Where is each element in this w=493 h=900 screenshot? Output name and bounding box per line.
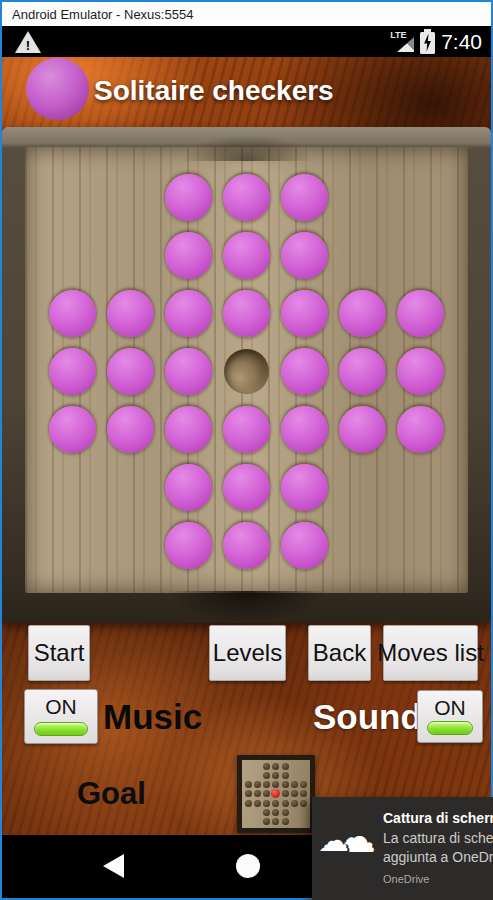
notification-body-line1: La cattura di scherm [383, 830, 493, 846]
goal-hole-dot [263, 772, 270, 779]
goal-cell [262, 771, 271, 780]
goal-cell [244, 780, 253, 789]
goal-cell [244, 789, 253, 798]
goal-hole-dot [272, 809, 279, 816]
goal-cell [262, 789, 271, 798]
goal-cell [290, 771, 299, 780]
goal-cell [299, 780, 308, 789]
goal-hole-dot [282, 818, 289, 825]
board-cell [160, 284, 218, 342]
peg[interactable] [397, 406, 444, 453]
peg[interactable] [339, 406, 386, 453]
board-cell [276, 342, 334, 400]
goal-cell [299, 799, 308, 808]
peg[interactable] [281, 174, 328, 221]
goal-hole-dot [272, 772, 279, 779]
board-cell [334, 458, 392, 516]
goal-hole-dot [272, 800, 279, 807]
music-label: Music [103, 697, 202, 737]
sounds-toggle-state: ON [418, 696, 482, 720]
goal-cell [290, 762, 299, 771]
moves-list-button[interactable]: Moves list [383, 625, 478, 681]
goal-cell [271, 817, 280, 826]
peg[interactable] [223, 464, 270, 511]
goal-cell [262, 762, 271, 771]
goal-cell [281, 762, 290, 771]
peg[interactable] [49, 406, 96, 453]
goal-cell [290, 789, 299, 798]
peg[interactable] [49, 348, 96, 395]
board-cell [102, 284, 160, 342]
emulator-window: Android Emulator - Nexus:5554 ! LTE 7:40… [0, 0, 493, 900]
goal-hole-dot [291, 790, 298, 797]
goal-hole-dot [263, 763, 270, 770]
back-button[interactable]: Back [308, 625, 371, 681]
goal-hole-dot [254, 790, 261, 797]
board-cell [102, 516, 160, 574]
peg[interactable] [223, 232, 270, 279]
goal-hole-dot [254, 781, 261, 788]
goal-hole-dot [245, 781, 252, 788]
board-cell [44, 342, 102, 400]
peg[interactable] [281, 290, 328, 337]
window-titlebar: Android Emulator - Nexus:5554 [2, 2, 491, 26]
board-cell [276, 284, 334, 342]
board-cell [160, 168, 218, 226]
board-cell [218, 458, 276, 516]
board-cell [334, 226, 392, 284]
board-cell [276, 226, 334, 284]
goal-hole-dot [291, 781, 298, 788]
peg[interactable] [281, 522, 328, 569]
peg[interactable] [107, 348, 154, 395]
goal-grid [244, 762, 308, 826]
board-cell [334, 516, 392, 574]
goal-cell [244, 771, 253, 780]
peg[interactable] [223, 290, 270, 337]
board-cell [392, 226, 450, 284]
window-title: Android Emulator - Nexus:5554 [12, 7, 193, 22]
board-cell [392, 342, 450, 400]
notification-app-name: OneDrive [383, 873, 429, 885]
goal-cell [299, 771, 308, 780]
goal-cell [262, 808, 271, 817]
app-logo-ball-icon [26, 58, 89, 120]
peg[interactable] [165, 348, 212, 395]
board-cell [218, 516, 276, 574]
goal-cell [299, 789, 308, 798]
goal-cell [281, 780, 290, 789]
board-cell [160, 342, 218, 400]
goal-hole-dot [272, 763, 279, 770]
goal-hole-dot [282, 790, 289, 797]
peg[interactable] [165, 522, 212, 569]
network-type-label: LTE [390, 30, 406, 40]
goal-hole-dot [263, 800, 270, 807]
onedrive-notification[interactable]: ☁☁ Cattura di scherma La cattura di sche… [312, 797, 493, 900]
app-header: Solitaire checkers [2, 57, 491, 121]
goal-hole-dot [245, 800, 252, 807]
board-cell [392, 168, 450, 226]
peg[interactable] [49, 290, 96, 337]
goal-cell [253, 817, 262, 826]
goal-cell [271, 789, 280, 798]
goal-thumbnail [237, 755, 315, 833]
goal-cell [271, 799, 280, 808]
board-cell [102, 458, 160, 516]
goal-cell [262, 780, 271, 789]
levels-button[interactable]: Levels [209, 625, 286, 681]
goal-hole-dot [272, 818, 279, 825]
goal-cell [299, 817, 308, 826]
goal-cell [281, 799, 290, 808]
goal-hole-dot [282, 800, 289, 807]
goal-cell [262, 799, 271, 808]
nav-home-icon[interactable] [236, 854, 260, 878]
goal-cell [281, 808, 290, 817]
music-toggle-state: ON [25, 695, 97, 719]
goal-hole-dot [282, 772, 289, 779]
board-cell [218, 400, 276, 458]
board-cell [334, 168, 392, 226]
board-cell [276, 168, 334, 226]
goal-cell [290, 780, 299, 789]
peg[interactable] [339, 290, 386, 337]
goal-cell [299, 762, 308, 771]
nav-back-icon[interactable] [103, 854, 124, 878]
peg[interactable] [165, 174, 212, 221]
peg[interactable] [165, 232, 212, 279]
board-cell [102, 342, 160, 400]
goal-hole-dot [291, 800, 298, 807]
board-cell [392, 458, 450, 516]
goal-hole-dot [300, 800, 307, 807]
board-cell [218, 168, 276, 226]
goal-hole-dot [300, 790, 307, 797]
goal-cell [253, 780, 262, 789]
board-cell [160, 226, 218, 284]
goal-cell [281, 771, 290, 780]
board-cell [276, 516, 334, 574]
goal-cell [253, 808, 262, 817]
goal-cell [262, 817, 271, 826]
toggle-on-indicator [34, 722, 88, 736]
notification-body-line2: aggiunta a OneDriv [383, 849, 493, 865]
goal-cell [281, 789, 290, 798]
peg[interactable] [107, 406, 154, 453]
peg[interactable] [165, 406, 212, 453]
board-cell [334, 342, 392, 400]
peg[interactable] [397, 348, 444, 395]
toggle-on-indicator [427, 721, 473, 735]
board-cell [102, 226, 160, 284]
goal-cell [299, 808, 308, 817]
peg[interactable] [281, 348, 328, 395]
status-clock: 7:40 [441, 30, 482, 54]
board-cell [334, 400, 392, 458]
board-cell [392, 516, 450, 574]
goal-cell [271, 762, 280, 771]
goal-cell [281, 817, 290, 826]
goal-cell [290, 808, 299, 817]
goal-hole-dot [245, 790, 252, 797]
board-cell [218, 284, 276, 342]
goal-hole-dot [263, 818, 270, 825]
peg[interactable] [281, 406, 328, 453]
solitaire-board [2, 127, 491, 623]
peg-grid [44, 168, 450, 574]
board-cell [160, 516, 218, 574]
goal-cell [244, 799, 253, 808]
goal-hole-dot [263, 790, 270, 797]
goal-cell [271, 808, 280, 817]
board-top-notch [177, 133, 317, 161]
board-cell [160, 400, 218, 458]
goal-cell [253, 799, 262, 808]
peg[interactable] [281, 464, 328, 511]
board-cell [44, 226, 102, 284]
peg[interactable] [223, 406, 270, 453]
board-cell [44, 168, 102, 226]
notification-title: Cattura di scherma [383, 810, 493, 826]
goal-hole-dot [282, 809, 289, 816]
board-cell [276, 458, 334, 516]
board-cell [102, 400, 160, 458]
peg[interactable] [107, 290, 154, 337]
goal-cell [253, 762, 262, 771]
android-status-bar: ! LTE 7:40 [2, 26, 491, 57]
goal-red-peg [271, 789, 280, 798]
battery-charging-icon [420, 32, 435, 54]
board-cell [276, 400, 334, 458]
board-bottom-notch [167, 591, 327, 623]
board-cell [44, 516, 102, 574]
board-cell [218, 342, 276, 400]
goal-cell [253, 771, 262, 780]
onedrive-cloud-icon: ☁☁ [320, 821, 376, 865]
board-cell [392, 400, 450, 458]
board-cell [392, 284, 450, 342]
board-cell [334, 284, 392, 342]
sounds-toggle[interactable]: ON [417, 690, 483, 743]
goal-cell [253, 789, 262, 798]
music-toggle[interactable]: ON [24, 689, 98, 744]
start-button[interactable]: Start [28, 625, 90, 681]
board-cell [44, 400, 102, 458]
goal-hole-dot [282, 763, 289, 770]
goal-hole-dot [300, 781, 307, 788]
goal-cell [244, 762, 253, 771]
peg[interactable] [281, 232, 328, 279]
goal-cell [244, 808, 253, 817]
signal-strength-icon: LTE [390, 30, 414, 53]
peg[interactable] [223, 174, 270, 221]
goal-hole-dot [272, 781, 279, 788]
goal-cell [271, 771, 280, 780]
empty-hole[interactable] [224, 349, 269, 394]
board-cell [44, 284, 102, 342]
goal-hole-dot [263, 781, 270, 788]
goal-cell [290, 817, 299, 826]
peg[interactable] [223, 522, 270, 569]
peg[interactable] [165, 464, 212, 511]
app-title: Solitaire checkers [94, 75, 334, 107]
board-cell [102, 168, 160, 226]
peg[interactable] [339, 348, 386, 395]
board-cell [160, 458, 218, 516]
board-cell [218, 226, 276, 284]
goal-hole-dot [254, 800, 261, 807]
goal-hole-dot [282, 781, 289, 788]
goal-cell [271, 780, 280, 789]
goal-hole-dot [263, 809, 270, 816]
goal-label: Goal [77, 776, 146, 812]
goal-cell [244, 817, 253, 826]
peg[interactable] [397, 290, 444, 337]
warning-icon: ! [15, 31, 41, 53]
board-cell [44, 458, 102, 516]
goal-cell [290, 799, 299, 808]
peg[interactable] [165, 290, 212, 337]
